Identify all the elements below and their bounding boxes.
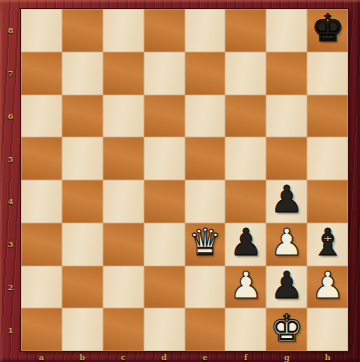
piece-white-pawn-g3[interactable]: ♟ bbox=[270, 224, 303, 261]
file-label-e: e bbox=[185, 351, 226, 362]
square-f5[interactable] bbox=[225, 137, 266, 180]
square-g5[interactable] bbox=[266, 137, 307, 180]
square-h7[interactable] bbox=[307, 52, 348, 95]
square-c5[interactable] bbox=[103, 137, 144, 180]
square-e3[interactable]: ♛ bbox=[185, 223, 226, 266]
square-g3[interactable]: ♟ bbox=[266, 223, 307, 266]
file-label-f: f bbox=[225, 351, 266, 362]
square-e1[interactable] bbox=[185, 308, 226, 351]
square-f7[interactable] bbox=[225, 52, 266, 95]
square-e7[interactable] bbox=[185, 52, 226, 95]
square-b7[interactable] bbox=[62, 52, 103, 95]
square-e4[interactable] bbox=[185, 180, 226, 223]
chess-board-window: 87654321 ♚♟♛♟♟♝♟♟♟♚ abcdefgh bbox=[0, 0, 360, 362]
square-b2[interactable] bbox=[62, 266, 103, 309]
file-label-a: a bbox=[21, 351, 62, 362]
square-a5[interactable] bbox=[21, 137, 62, 180]
square-h1[interactable] bbox=[307, 308, 348, 351]
square-g8[interactable] bbox=[266, 9, 307, 52]
square-h2[interactable]: ♟ bbox=[307, 266, 348, 309]
rank-label-5: 5 bbox=[0, 137, 21, 180]
square-f4[interactable] bbox=[225, 180, 266, 223]
square-c4[interactable] bbox=[103, 180, 144, 223]
file-label-b: b bbox=[62, 351, 103, 362]
square-e5[interactable] bbox=[185, 137, 226, 180]
square-c2[interactable] bbox=[103, 266, 144, 309]
square-d7[interactable] bbox=[144, 52, 185, 95]
file-label-c: c bbox=[103, 351, 144, 362]
square-e8[interactable] bbox=[185, 9, 226, 52]
square-h5[interactable] bbox=[307, 137, 348, 180]
file-label-g: g bbox=[266, 351, 307, 362]
square-g6[interactable] bbox=[266, 95, 307, 138]
square-f2[interactable]: ♟ bbox=[225, 266, 266, 309]
piece-black-pawn-f3[interactable]: ♟ bbox=[229, 224, 262, 261]
square-g1[interactable]: ♚ bbox=[266, 308, 307, 351]
rank-label-1: 1 bbox=[0, 308, 21, 351]
rank-label-6: 6 bbox=[0, 95, 21, 138]
square-e6[interactable] bbox=[185, 95, 226, 138]
square-d5[interactable] bbox=[144, 137, 185, 180]
chess-board[interactable]: ♚♟♛♟♟♝♟♟♟♚ bbox=[21, 9, 348, 351]
square-c8[interactable] bbox=[103, 9, 144, 52]
square-d1[interactable] bbox=[144, 308, 185, 351]
square-f1[interactable] bbox=[225, 308, 266, 351]
square-a4[interactable] bbox=[21, 180, 62, 223]
square-b3[interactable] bbox=[62, 223, 103, 266]
piece-white-pawn-h2[interactable]: ♟ bbox=[311, 267, 344, 304]
rank-label-4: 4 bbox=[0, 180, 21, 223]
square-b4[interactable] bbox=[62, 180, 103, 223]
square-a8[interactable] bbox=[21, 9, 62, 52]
file-label-d: d bbox=[144, 351, 185, 362]
square-a1[interactable] bbox=[21, 308, 62, 351]
square-d8[interactable] bbox=[144, 9, 185, 52]
piece-white-king-g1[interactable]: ♚ bbox=[270, 310, 303, 347]
rank-label-3: 3 bbox=[0, 223, 21, 266]
rank-label-7: 7 bbox=[0, 52, 21, 95]
square-b5[interactable] bbox=[62, 137, 103, 180]
square-d4[interactable] bbox=[144, 180, 185, 223]
square-a6[interactable] bbox=[21, 95, 62, 138]
square-a3[interactable] bbox=[21, 223, 62, 266]
piece-black-king-h8[interactable]: ♚ bbox=[311, 10, 344, 47]
square-f6[interactable] bbox=[225, 95, 266, 138]
square-f8[interactable] bbox=[225, 9, 266, 52]
square-g2[interactable]: ♟ bbox=[266, 266, 307, 309]
square-b8[interactable] bbox=[62, 9, 103, 52]
square-h6[interactable] bbox=[307, 95, 348, 138]
square-a2[interactable] bbox=[21, 266, 62, 309]
square-e2[interactable] bbox=[185, 266, 226, 309]
square-c3[interactable] bbox=[103, 223, 144, 266]
rank-label-2: 2 bbox=[0, 266, 21, 309]
square-h3[interactable]: ♝ bbox=[307, 223, 348, 266]
square-d6[interactable] bbox=[144, 95, 185, 138]
file-label-h: h bbox=[307, 351, 348, 362]
square-h4[interactable] bbox=[307, 180, 348, 223]
square-c1[interactable] bbox=[103, 308, 144, 351]
rank-label-8: 8 bbox=[0, 9, 21, 52]
square-d3[interactable] bbox=[144, 223, 185, 266]
square-a7[interactable] bbox=[21, 52, 62, 95]
square-b1[interactable] bbox=[62, 308, 103, 351]
square-f3[interactable]: ♟ bbox=[225, 223, 266, 266]
square-g7[interactable] bbox=[266, 52, 307, 95]
rank-labels: 87654321 bbox=[0, 9, 21, 351]
piece-white-queen-e3[interactable]: ♛ bbox=[188, 224, 221, 261]
square-c7[interactable] bbox=[103, 52, 144, 95]
piece-black-pawn-g2[interactable]: ♟ bbox=[270, 267, 303, 304]
square-h8[interactable]: ♚ bbox=[307, 9, 348, 52]
file-labels: abcdefgh bbox=[21, 351, 348, 362]
piece-white-pawn-f2[interactable]: ♟ bbox=[229, 267, 262, 304]
square-d2[interactable] bbox=[144, 266, 185, 309]
piece-black-bishop-h3[interactable]: ♝ bbox=[311, 224, 344, 261]
piece-black-pawn-g4[interactable]: ♟ bbox=[270, 181, 303, 218]
square-c6[interactable] bbox=[103, 95, 144, 138]
square-g4[interactable]: ♟ bbox=[266, 180, 307, 223]
square-b6[interactable] bbox=[62, 95, 103, 138]
